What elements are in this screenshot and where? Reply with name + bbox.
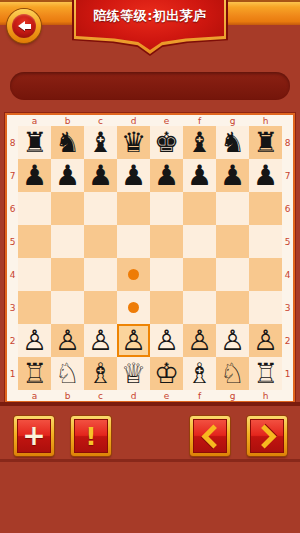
square-g3[interactable] bbox=[216, 291, 249, 324]
chevron-right-icon bbox=[252, 424, 276, 448]
file-label-b: b bbox=[51, 115, 84, 126]
square-d7[interactable]: ♟ bbox=[117, 159, 150, 192]
back-button[interactable] bbox=[7, 9, 41, 43]
add-button-face: + bbox=[17, 419, 51, 453]
square-f3[interactable] bbox=[183, 291, 216, 324]
white-piece-f2: ♙ bbox=[187, 324, 212, 357]
square-b1[interactable]: ♘ bbox=[51, 357, 84, 390]
square-a4[interactable] bbox=[18, 258, 51, 291]
move-hint-dot-d4[interactable] bbox=[128, 269, 139, 280]
square-g4[interactable] bbox=[216, 258, 249, 291]
black-piece-c8: ♝ bbox=[88, 126, 113, 159]
file-label-c: c bbox=[84, 115, 117, 126]
rank-label-2: 2 bbox=[282, 324, 293, 357]
square-h6[interactable] bbox=[249, 192, 282, 225]
black-piece-b7: ♟ bbox=[55, 159, 80, 192]
black-piece-d8: ♛ bbox=[121, 126, 146, 159]
black-piece-d7: ♟ bbox=[121, 159, 146, 192]
square-b6[interactable] bbox=[51, 192, 84, 225]
square-a6[interactable] bbox=[18, 192, 51, 225]
file-label-d: d bbox=[117, 115, 150, 126]
black-piece-b8: ♞ bbox=[55, 126, 80, 159]
message-bar bbox=[10, 72, 290, 100]
black-piece-c7: ♟ bbox=[88, 159, 113, 192]
rank-label-5: 5 bbox=[282, 225, 293, 258]
next-button-face bbox=[250, 419, 284, 453]
square-b2[interactable]: ♙ bbox=[51, 324, 84, 357]
file-label-e: e bbox=[150, 390, 183, 401]
square-d5[interactable] bbox=[117, 225, 150, 258]
square-e4[interactable] bbox=[150, 258, 183, 291]
white-piece-b2: ♙ bbox=[55, 324, 80, 357]
square-c6[interactable] bbox=[84, 192, 117, 225]
file-label-d: d bbox=[117, 390, 150, 401]
square-b5[interactable] bbox=[51, 225, 84, 258]
board-corner bbox=[282, 390, 293, 401]
square-e1[interactable]: ♔ bbox=[150, 357, 183, 390]
black-piece-g7: ♟ bbox=[220, 159, 245, 192]
square-d2[interactable]: ♙ bbox=[117, 324, 150, 357]
white-piece-c1: ♗ bbox=[88, 357, 113, 390]
square-a1[interactable]: ♖ bbox=[18, 357, 51, 390]
white-piece-g1: ♘ bbox=[220, 357, 245, 390]
square-e6[interactable] bbox=[150, 192, 183, 225]
black-piece-a8: ♜ bbox=[22, 126, 47, 159]
square-f7[interactable]: ♟ bbox=[183, 159, 216, 192]
square-e2[interactable]: ♙ bbox=[150, 324, 183, 357]
white-piece-d1: ♕ bbox=[121, 357, 146, 390]
prev-button-face bbox=[193, 419, 227, 453]
white-piece-e2: ♙ bbox=[154, 324, 179, 357]
square-d6[interactable] bbox=[117, 192, 150, 225]
square-e3[interactable] bbox=[150, 291, 183, 324]
square-g5[interactable] bbox=[216, 225, 249, 258]
rank-label-6: 6 bbox=[7, 192, 18, 225]
square-e5[interactable] bbox=[150, 225, 183, 258]
square-h8[interactable]: ♜ bbox=[249, 126, 282, 159]
square-c1[interactable]: ♗ bbox=[84, 357, 117, 390]
rank-label-8: 8 bbox=[282, 126, 293, 159]
chevron-left-icon bbox=[201, 424, 225, 448]
file-label-g: g bbox=[216, 390, 249, 401]
rank-label-3: 3 bbox=[282, 291, 293, 324]
square-h1[interactable]: ♖ bbox=[249, 357, 282, 390]
square-d4[interactable] bbox=[117, 258, 150, 291]
rank-label-6: 6 bbox=[282, 192, 293, 225]
square-c3[interactable] bbox=[84, 291, 117, 324]
back-arrow-icon bbox=[18, 21, 31, 31]
square-c7[interactable]: ♟ bbox=[84, 159, 117, 192]
square-d3[interactable] bbox=[117, 291, 150, 324]
square-f8[interactable]: ♝ bbox=[183, 126, 216, 159]
file-label-b: b bbox=[51, 390, 84, 401]
alert-button-face: ! bbox=[74, 419, 108, 453]
back-button-face bbox=[12, 14, 36, 38]
square-b3[interactable] bbox=[51, 291, 84, 324]
black-piece-h7: ♟ bbox=[253, 159, 278, 192]
square-d8[interactable]: ♛ bbox=[117, 126, 150, 159]
square-h4[interactable] bbox=[249, 258, 282, 291]
square-a2[interactable]: ♙ bbox=[18, 324, 51, 357]
square-g1[interactable]: ♘ bbox=[216, 357, 249, 390]
app-root: { "header": { "title": "陪练等级:初出茅庐", "bac… bbox=[0, 0, 300, 533]
square-a8[interactable]: ♜ bbox=[18, 126, 51, 159]
next-button[interactable] bbox=[247, 416, 287, 456]
chess-board-panel: abcdefgh8♜♞♝♛♚♝♞♜87♟♟♟♟♟♟♟♟7665544332♙♙♙… bbox=[5, 113, 295, 403]
square-h7[interactable]: ♟ bbox=[249, 159, 282, 192]
square-d1[interactable]: ♕ bbox=[117, 357, 150, 390]
white-piece-c2: ♙ bbox=[88, 324, 113, 357]
white-piece-h1: ♖ bbox=[253, 357, 278, 390]
move-hint-dot-d3[interactable] bbox=[128, 302, 139, 313]
file-label-a: a bbox=[18, 115, 51, 126]
rank-label-1: 1 bbox=[282, 357, 293, 390]
square-a3[interactable] bbox=[18, 291, 51, 324]
black-piece-f7: ♟ bbox=[187, 159, 212, 192]
black-piece-f8: ♝ bbox=[187, 126, 212, 159]
rank-label-2: 2 bbox=[7, 324, 18, 357]
file-label-e: e bbox=[150, 115, 183, 126]
square-b7[interactable]: ♟ bbox=[51, 159, 84, 192]
rank-label-8: 8 bbox=[7, 126, 18, 159]
square-e8[interactable]: ♚ bbox=[150, 126, 183, 159]
plus-icon: + bbox=[22, 422, 45, 450]
black-piece-a7: ♟ bbox=[22, 159, 47, 192]
white-piece-g2: ♙ bbox=[220, 324, 245, 357]
rank-label-4: 4 bbox=[282, 258, 293, 291]
page-title: 陪练等级:初出茅庐 bbox=[72, 7, 228, 25]
rank-label-1: 1 bbox=[7, 357, 18, 390]
black-piece-g8: ♞ bbox=[220, 126, 245, 159]
file-label-f: f bbox=[183, 390, 216, 401]
black-piece-e7: ♟ bbox=[154, 159, 179, 192]
square-f1[interactable]: ♗ bbox=[183, 357, 216, 390]
square-c8[interactable]: ♝ bbox=[84, 126, 117, 159]
file-label-f: f bbox=[183, 115, 216, 126]
square-f4[interactable] bbox=[183, 258, 216, 291]
add-button[interactable]: + bbox=[14, 416, 54, 456]
rank-label-4: 4 bbox=[7, 258, 18, 291]
rank-label-7: 7 bbox=[282, 159, 293, 192]
board-corner bbox=[7, 115, 18, 126]
square-h3[interactable] bbox=[249, 291, 282, 324]
square-g6[interactable] bbox=[216, 192, 249, 225]
board-corner bbox=[7, 390, 18, 401]
square-f6[interactable] bbox=[183, 192, 216, 225]
black-piece-h8: ♜ bbox=[253, 126, 278, 159]
white-piece-f1: ♗ bbox=[187, 357, 212, 390]
title-banner: 陪练等级:初出茅庐 bbox=[72, 0, 228, 56]
white-piece-d2: ♙ bbox=[121, 324, 146, 357]
square-c2[interactable]: ♙ bbox=[84, 324, 117, 357]
black-piece-e8: ♚ bbox=[154, 126, 179, 159]
square-e7[interactable]: ♟ bbox=[150, 159, 183, 192]
square-g8[interactable]: ♞ bbox=[216, 126, 249, 159]
white-piece-a2: ♙ bbox=[22, 324, 47, 357]
square-a7[interactable]: ♟ bbox=[18, 159, 51, 192]
alert-button[interactable]: ! bbox=[71, 416, 111, 456]
square-h5[interactable] bbox=[249, 225, 282, 258]
white-piece-a1: ♖ bbox=[22, 357, 47, 390]
square-h2[interactable]: ♙ bbox=[249, 324, 282, 357]
board-grid: abcdefgh8♜♞♝♛♚♝♞♜87♟♟♟♟♟♟♟♟7665544332♙♙♙… bbox=[7, 115, 293, 401]
white-piece-h2: ♙ bbox=[253, 324, 278, 357]
square-g2[interactable]: ♙ bbox=[216, 324, 249, 357]
rank-label-5: 5 bbox=[7, 225, 18, 258]
file-label-a: a bbox=[18, 390, 51, 401]
rank-label-3: 3 bbox=[7, 291, 18, 324]
exclamation-icon: ! bbox=[85, 424, 96, 449]
square-b4[interactable] bbox=[51, 258, 84, 291]
square-g7[interactable]: ♟ bbox=[216, 159, 249, 192]
square-c5[interactable] bbox=[84, 225, 117, 258]
board-corner bbox=[282, 115, 293, 126]
file-label-h: h bbox=[249, 115, 282, 126]
file-label-h: h bbox=[249, 390, 282, 401]
board-bottom-divider bbox=[0, 402, 300, 406]
square-f5[interactable] bbox=[183, 225, 216, 258]
white-piece-e1: ♔ bbox=[154, 357, 179, 390]
square-c4[interactable] bbox=[84, 258, 117, 291]
square-f2[interactable]: ♙ bbox=[183, 324, 216, 357]
white-piece-b1: ♘ bbox=[55, 357, 80, 390]
square-b8[interactable]: ♞ bbox=[51, 126, 84, 159]
prev-button[interactable] bbox=[190, 416, 230, 456]
file-label-c: c bbox=[84, 390, 117, 401]
square-a5[interactable] bbox=[18, 225, 51, 258]
toolbar-bottom-divider bbox=[0, 459, 300, 462]
file-label-g: g bbox=[216, 115, 249, 126]
rank-label-7: 7 bbox=[7, 159, 18, 192]
